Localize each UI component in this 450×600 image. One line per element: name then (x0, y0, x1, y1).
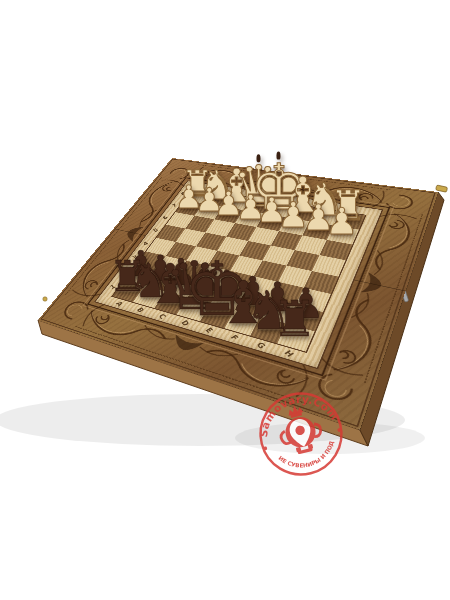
file-label-h: H (282, 349, 294, 358)
file-label-d: D (180, 319, 191, 327)
rank-label-1: 1 (109, 283, 117, 289)
file-label-f: F (229, 334, 240, 342)
rank-label-6: 6 (162, 215, 169, 220)
file-label-b: B (135, 306, 145, 313)
product-photo: { "game": "chess", "scene": { "descripti… (0, 0, 450, 600)
rank-label-2: 2 (121, 269, 128, 275)
rank-label-7: 7 (171, 203, 178, 208)
file-label-a: A (115, 300, 124, 307)
rank-label-4: 4 (142, 241, 149, 246)
left-latch-pin (43, 297, 47, 301)
rank-label-3: 3 (131, 254, 138, 260)
file-label-g: G (255, 341, 267, 350)
rank-label-8: 8 (180, 191, 187, 196)
rank-label-5: 5 (152, 227, 159, 232)
file-label-c: C (157, 313, 167, 320)
file-label-e: E (204, 326, 214, 333)
